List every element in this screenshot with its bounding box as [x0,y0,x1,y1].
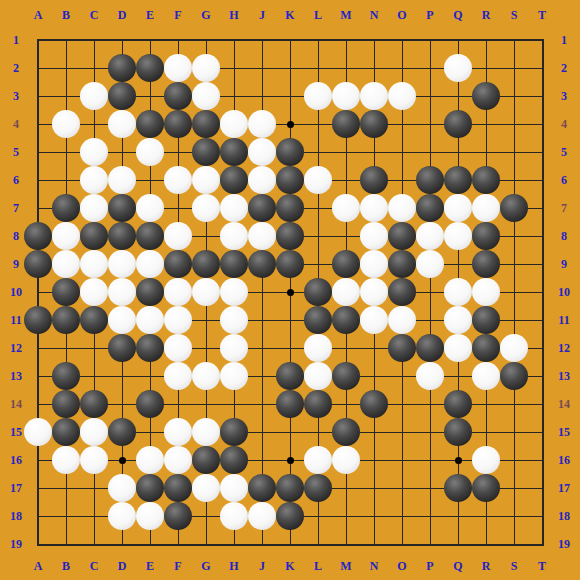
point-A3[interactable] [24,82,52,110]
point-R6[interactable] [472,166,500,194]
point-R4[interactable] [472,110,500,138]
point-O8[interactable] [388,222,416,250]
point-C7[interactable] [80,194,108,222]
point-K8[interactable] [276,222,304,250]
point-H14[interactable] [220,390,248,418]
point-G1[interactable] [192,26,220,54]
point-R8[interactable] [472,222,500,250]
point-S5[interactable] [500,138,528,166]
point-O16[interactable] [388,446,416,474]
point-H17[interactable] [220,474,248,502]
point-F8[interactable] [164,222,192,250]
point-F19[interactable] [164,530,192,558]
point-S8[interactable] [500,222,528,250]
point-R19[interactable] [472,530,500,558]
point-L11[interactable] [304,306,332,334]
point-B15[interactable] [52,418,80,446]
point-H2[interactable] [220,54,248,82]
point-A2[interactable] [24,54,52,82]
point-E13[interactable] [136,362,164,390]
point-G16[interactable] [192,446,220,474]
point-P9[interactable] [416,250,444,278]
point-Q1[interactable] [444,26,472,54]
point-J15[interactable] [248,418,276,446]
point-O7[interactable] [388,194,416,222]
point-E19[interactable] [136,530,164,558]
point-K5[interactable] [276,138,304,166]
point-A12[interactable] [24,334,52,362]
point-A10[interactable] [24,278,52,306]
point-H8[interactable] [220,222,248,250]
point-R10[interactable] [472,278,500,306]
point-C9[interactable] [80,250,108,278]
point-A17[interactable] [24,474,52,502]
point-O5[interactable] [388,138,416,166]
point-B4[interactable] [52,110,80,138]
point-B3[interactable] [52,82,80,110]
point-F2[interactable] [164,54,192,82]
point-A15[interactable] [24,418,52,446]
point-K16[interactable] [276,446,304,474]
point-F17[interactable] [164,474,192,502]
point-L5[interactable] [304,138,332,166]
point-E9[interactable] [136,250,164,278]
point-D19[interactable] [108,530,136,558]
point-T3[interactable] [528,82,556,110]
point-G5[interactable] [192,138,220,166]
point-E7[interactable] [136,194,164,222]
point-O4[interactable] [388,110,416,138]
point-R13[interactable] [472,362,500,390]
point-J19[interactable] [248,530,276,558]
point-T18[interactable] [528,502,556,530]
point-K11[interactable] [276,306,304,334]
point-D13[interactable] [108,362,136,390]
point-J2[interactable] [248,54,276,82]
point-F14[interactable] [164,390,192,418]
point-H15[interactable] [220,418,248,446]
point-N4[interactable] [360,110,388,138]
point-G3[interactable] [192,82,220,110]
point-L9[interactable] [304,250,332,278]
point-S12[interactable] [500,334,528,362]
point-G7[interactable] [192,194,220,222]
point-F5[interactable] [164,138,192,166]
point-Q15[interactable] [444,418,472,446]
point-M14[interactable] [332,390,360,418]
point-D3[interactable] [108,82,136,110]
point-L13[interactable] [304,362,332,390]
point-S4[interactable] [500,110,528,138]
point-H13[interactable] [220,362,248,390]
point-M19[interactable] [332,530,360,558]
point-E11[interactable] [136,306,164,334]
point-N8[interactable] [360,222,388,250]
point-J13[interactable] [248,362,276,390]
point-R2[interactable] [472,54,500,82]
point-K9[interactable] [276,250,304,278]
point-M18[interactable] [332,502,360,530]
point-K1[interactable] [276,26,304,54]
point-C6[interactable] [80,166,108,194]
point-R17[interactable] [472,474,500,502]
point-B7[interactable] [52,194,80,222]
point-E15[interactable] [136,418,164,446]
point-E2[interactable] [136,54,164,82]
point-A11[interactable] [24,306,52,334]
point-M11[interactable] [332,306,360,334]
point-N7[interactable] [360,194,388,222]
point-E18[interactable] [136,502,164,530]
point-F12[interactable] [164,334,192,362]
point-J16[interactable] [248,446,276,474]
point-M1[interactable] [332,26,360,54]
point-D6[interactable] [108,166,136,194]
point-J10[interactable] [248,278,276,306]
point-N9[interactable] [360,250,388,278]
point-Q5[interactable] [444,138,472,166]
point-H10[interactable] [220,278,248,306]
point-O19[interactable] [388,530,416,558]
point-S14[interactable] [500,390,528,418]
point-F1[interactable] [164,26,192,54]
point-D2[interactable] [108,54,136,82]
point-M9[interactable] [332,250,360,278]
point-H11[interactable] [220,306,248,334]
point-T1[interactable] [528,26,556,54]
point-Q10[interactable] [444,278,472,306]
point-J6[interactable] [248,166,276,194]
point-P17[interactable] [416,474,444,502]
point-T4[interactable] [528,110,556,138]
point-J3[interactable] [248,82,276,110]
point-Q13[interactable] [444,362,472,390]
point-H1[interactable] [220,26,248,54]
point-K4[interactable] [276,110,304,138]
point-G9[interactable] [192,250,220,278]
point-E10[interactable] [136,278,164,306]
point-M5[interactable] [332,138,360,166]
point-J8[interactable] [248,222,276,250]
point-T9[interactable] [528,250,556,278]
point-L2[interactable] [304,54,332,82]
point-K14[interactable] [276,390,304,418]
point-C13[interactable] [80,362,108,390]
point-B10[interactable] [52,278,80,306]
point-T15[interactable] [528,418,556,446]
point-G13[interactable] [192,362,220,390]
point-P7[interactable] [416,194,444,222]
point-D11[interactable] [108,306,136,334]
point-P12[interactable] [416,334,444,362]
point-J1[interactable] [248,26,276,54]
point-N19[interactable] [360,530,388,558]
point-E3[interactable] [136,82,164,110]
point-S1[interactable] [500,26,528,54]
point-C18[interactable] [80,502,108,530]
point-A5[interactable] [24,138,52,166]
point-A16[interactable] [24,446,52,474]
point-P10[interactable] [416,278,444,306]
point-D17[interactable] [108,474,136,502]
point-G2[interactable] [192,54,220,82]
point-T11[interactable] [528,306,556,334]
point-D1[interactable] [108,26,136,54]
point-T8[interactable] [528,222,556,250]
point-O14[interactable] [388,390,416,418]
point-M4[interactable] [332,110,360,138]
point-T14[interactable] [528,390,556,418]
point-L14[interactable] [304,390,332,418]
point-A4[interactable] [24,110,52,138]
point-J5[interactable] [248,138,276,166]
point-B2[interactable] [52,54,80,82]
point-G14[interactable] [192,390,220,418]
point-M7[interactable] [332,194,360,222]
point-S15[interactable] [500,418,528,446]
point-C17[interactable] [80,474,108,502]
point-G18[interactable] [192,502,220,530]
point-K18[interactable] [276,502,304,530]
point-E17[interactable] [136,474,164,502]
point-S6[interactable] [500,166,528,194]
point-O10[interactable] [388,278,416,306]
point-P18[interactable] [416,502,444,530]
point-J14[interactable] [248,390,276,418]
point-L1[interactable] [304,26,332,54]
point-E1[interactable] [136,26,164,54]
point-K17[interactable] [276,474,304,502]
point-M6[interactable] [332,166,360,194]
point-Q4[interactable] [444,110,472,138]
point-F6[interactable] [164,166,192,194]
point-H7[interactable] [220,194,248,222]
point-R15[interactable] [472,418,500,446]
point-Q8[interactable] [444,222,472,250]
point-F7[interactable] [164,194,192,222]
point-M3[interactable] [332,82,360,110]
point-L8[interactable] [304,222,332,250]
point-H5[interactable] [220,138,248,166]
point-K15[interactable] [276,418,304,446]
point-P19[interactable] [416,530,444,558]
point-L3[interactable] [304,82,332,110]
point-F13[interactable] [164,362,192,390]
point-T10[interactable] [528,278,556,306]
point-T17[interactable] [528,474,556,502]
point-J11[interactable] [248,306,276,334]
point-J18[interactable] [248,502,276,530]
point-E5[interactable] [136,138,164,166]
point-R16[interactable] [472,446,500,474]
point-Q6[interactable] [444,166,472,194]
point-C2[interactable] [80,54,108,82]
point-Q3[interactable] [444,82,472,110]
point-F10[interactable] [164,278,192,306]
point-M13[interactable] [332,362,360,390]
point-T7[interactable] [528,194,556,222]
point-R7[interactable] [472,194,500,222]
point-D15[interactable] [108,418,136,446]
point-A18[interactable] [24,502,52,530]
point-T6[interactable] [528,166,556,194]
point-L15[interactable] [304,418,332,446]
point-C8[interactable] [80,222,108,250]
point-P2[interactable] [416,54,444,82]
point-K2[interactable] [276,54,304,82]
point-E14[interactable] [136,390,164,418]
point-B19[interactable] [52,530,80,558]
point-L17[interactable] [304,474,332,502]
point-H6[interactable] [220,166,248,194]
point-T12[interactable] [528,334,556,362]
point-O18[interactable] [388,502,416,530]
point-L7[interactable] [304,194,332,222]
point-C5[interactable] [80,138,108,166]
point-A14[interactable] [24,390,52,418]
point-J4[interactable] [248,110,276,138]
point-S18[interactable] [500,502,528,530]
point-C11[interactable] [80,306,108,334]
point-S13[interactable] [500,362,528,390]
point-M17[interactable] [332,474,360,502]
point-L16[interactable] [304,446,332,474]
point-H19[interactable] [220,530,248,558]
point-P11[interactable] [416,306,444,334]
point-N10[interactable] [360,278,388,306]
point-E16[interactable] [136,446,164,474]
point-S3[interactable] [500,82,528,110]
point-T16[interactable] [528,446,556,474]
point-G8[interactable] [192,222,220,250]
point-S7[interactable] [500,194,528,222]
point-G17[interactable] [192,474,220,502]
point-O15[interactable] [388,418,416,446]
point-N17[interactable] [360,474,388,502]
point-F4[interactable] [164,110,192,138]
point-B17[interactable] [52,474,80,502]
point-A9[interactable] [24,250,52,278]
point-G6[interactable] [192,166,220,194]
point-F9[interactable] [164,250,192,278]
point-B12[interactable] [52,334,80,362]
point-S11[interactable] [500,306,528,334]
point-E8[interactable] [136,222,164,250]
point-A7[interactable] [24,194,52,222]
point-P6[interactable] [416,166,444,194]
point-C15[interactable] [80,418,108,446]
point-B11[interactable] [52,306,80,334]
point-P3[interactable] [416,82,444,110]
point-O3[interactable] [388,82,416,110]
point-Q9[interactable] [444,250,472,278]
point-R1[interactable] [472,26,500,54]
point-N12[interactable] [360,334,388,362]
point-A1[interactable] [24,26,52,54]
point-E4[interactable] [136,110,164,138]
point-K13[interactable] [276,362,304,390]
point-F18[interactable] [164,502,192,530]
point-K6[interactable] [276,166,304,194]
point-Q17[interactable] [444,474,472,502]
point-T13[interactable] [528,362,556,390]
point-N5[interactable] [360,138,388,166]
point-P4[interactable] [416,110,444,138]
point-S19[interactable] [500,530,528,558]
point-Q19[interactable] [444,530,472,558]
point-B6[interactable] [52,166,80,194]
point-C14[interactable] [80,390,108,418]
point-O9[interactable] [388,250,416,278]
point-D7[interactable] [108,194,136,222]
point-R14[interactable] [472,390,500,418]
point-J7[interactable] [248,194,276,222]
point-N11[interactable] [360,306,388,334]
point-O1[interactable] [388,26,416,54]
point-B18[interactable] [52,502,80,530]
point-J9[interactable] [248,250,276,278]
point-L10[interactable] [304,278,332,306]
point-C1[interactable] [80,26,108,54]
point-C3[interactable] [80,82,108,110]
point-N1[interactable] [360,26,388,54]
point-C10[interactable] [80,278,108,306]
point-P8[interactable] [416,222,444,250]
point-D8[interactable] [108,222,136,250]
point-S2[interactable] [500,54,528,82]
point-P14[interactable] [416,390,444,418]
point-G10[interactable] [192,278,220,306]
point-C12[interactable] [80,334,108,362]
point-R11[interactable] [472,306,500,334]
point-O17[interactable] [388,474,416,502]
point-H16[interactable] [220,446,248,474]
point-S9[interactable] [500,250,528,278]
point-G11[interactable] [192,306,220,334]
point-N18[interactable] [360,502,388,530]
point-H4[interactable] [220,110,248,138]
point-A13[interactable] [24,362,52,390]
point-N3[interactable] [360,82,388,110]
point-J12[interactable] [248,334,276,362]
point-O12[interactable] [388,334,416,362]
point-D12[interactable] [108,334,136,362]
point-Q14[interactable] [444,390,472,418]
point-S16[interactable] [500,446,528,474]
point-J17[interactable] [248,474,276,502]
point-A19[interactable] [24,530,52,558]
point-B14[interactable] [52,390,80,418]
point-F11[interactable] [164,306,192,334]
point-A6[interactable] [24,166,52,194]
point-K3[interactable] [276,82,304,110]
point-R18[interactable] [472,502,500,530]
point-B8[interactable] [52,222,80,250]
point-C4[interactable] [80,110,108,138]
point-B16[interactable] [52,446,80,474]
point-D18[interactable] [108,502,136,530]
point-C16[interactable] [80,446,108,474]
point-M2[interactable] [332,54,360,82]
point-Q18[interactable] [444,502,472,530]
point-N15[interactable] [360,418,388,446]
point-M12[interactable] [332,334,360,362]
point-D4[interactable] [108,110,136,138]
point-E12[interactable] [136,334,164,362]
point-Q7[interactable] [444,194,472,222]
point-P1[interactable] [416,26,444,54]
point-E6[interactable] [136,166,164,194]
